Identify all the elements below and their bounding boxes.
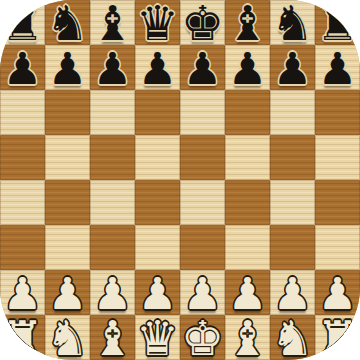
piece-white-king[interactable]: ♚ [181,316,224,360]
piece-white-rook[interactable]: ♜ [316,316,359,360]
square-c8[interactable]: ♝ [90,0,135,45]
square-c3[interactable] [90,225,135,270]
square-h8[interactable]: ♜ [315,0,360,45]
square-f7[interactable]: ♟ [225,45,270,90]
square-g5[interactable] [270,135,315,180]
square-f2[interactable]: ♟ [225,270,270,315]
piece-black-pawn[interactable]: ♟ [318,46,357,91]
square-f3[interactable] [225,225,270,270]
square-a2[interactable]: ♟ [0,270,45,315]
square-d6[interactable] [135,90,180,135]
square-h6[interactable] [315,90,360,135]
square-e5[interactable] [180,135,225,180]
square-e2[interactable]: ♟ [180,270,225,315]
square-a6[interactable] [0,90,45,135]
square-b8[interactable]: ♞ [45,0,90,45]
piece-black-pawn[interactable]: ♟ [93,46,132,91]
piece-black-pawn[interactable]: ♟ [3,46,42,91]
piece-black-pawn[interactable]: ♟ [273,46,312,91]
square-g4[interactable] [270,180,315,225]
square-b1[interactable]: ♞ [45,315,90,360]
square-d3[interactable] [135,225,180,270]
square-f5[interactable] [225,135,270,180]
piece-white-knight[interactable]: ♞ [46,316,89,360]
square-e3[interactable] [180,225,225,270]
chess-board: ♜♞♝♛♚♝♞♜♟♟♟♟♟♟♟♟♟♟♟♟♟♟♟♟♜♞♝♛♚♝♞♜ [0,0,360,360]
piece-white-queen[interactable]: ♛ [136,316,179,360]
square-h7[interactable]: ♟ [315,45,360,90]
square-f8[interactable]: ♝ [225,0,270,45]
piece-white-bishop[interactable]: ♝ [91,316,134,360]
square-c4[interactable] [90,180,135,225]
piece-black-bishop[interactable]: ♝ [226,1,269,46]
square-d8[interactable]: ♛ [135,0,180,45]
square-c7[interactable]: ♟ [90,45,135,90]
square-b2[interactable]: ♟ [45,270,90,315]
piece-black-pawn[interactable]: ♟ [48,46,87,91]
square-f6[interactable] [225,90,270,135]
square-h2[interactable]: ♟ [315,270,360,315]
square-e6[interactable] [180,90,225,135]
square-c5[interactable] [90,135,135,180]
piece-black-pawn[interactable]: ♟ [183,46,222,91]
square-a3[interactable] [0,225,45,270]
square-a7[interactable]: ♟ [0,45,45,90]
piece-black-rook[interactable]: ♜ [1,1,44,46]
piece-black-rook[interactable]: ♜ [316,1,359,46]
piece-black-knight[interactable]: ♞ [271,1,314,46]
square-f1[interactable]: ♝ [225,315,270,360]
square-e7[interactable]: ♟ [180,45,225,90]
square-c1[interactable]: ♝ [90,315,135,360]
square-d5[interactable] [135,135,180,180]
piece-black-pawn[interactable]: ♟ [138,46,177,91]
square-e4[interactable] [180,180,225,225]
square-d7[interactable]: ♟ [135,45,180,90]
square-a5[interactable] [0,135,45,180]
square-a1[interactable]: ♜ [0,315,45,360]
square-b4[interactable] [45,180,90,225]
square-a4[interactable] [0,180,45,225]
piece-black-queen[interactable]: ♛ [136,1,179,46]
square-g3[interactable] [270,225,315,270]
square-h5[interactable] [315,135,360,180]
piece-white-rook[interactable]: ♜ [1,316,44,360]
square-e8[interactable]: ♚ [180,0,225,45]
square-g7[interactable]: ♟ [270,45,315,90]
square-d4[interactable] [135,180,180,225]
piece-black-knight[interactable]: ♞ [46,1,89,46]
square-c6[interactable] [90,90,135,135]
square-h4[interactable] [315,180,360,225]
square-a8[interactable]: ♜ [0,0,45,45]
square-g2[interactable]: ♟ [270,270,315,315]
square-h1[interactable]: ♜ [315,315,360,360]
square-b6[interactable] [45,90,90,135]
piece-black-king[interactable]: ♚ [181,1,224,46]
square-g8[interactable]: ♞ [270,0,315,45]
piece-white-knight[interactable]: ♞ [271,316,314,360]
square-g1[interactable]: ♞ [270,315,315,360]
square-f4[interactable] [225,180,270,225]
square-d1[interactable]: ♛ [135,315,180,360]
square-g6[interactable] [270,90,315,135]
square-b3[interactable] [45,225,90,270]
piece-black-bishop[interactable]: ♝ [91,1,134,46]
piece-black-pawn[interactable]: ♟ [228,46,267,91]
square-c2[interactable]: ♟ [90,270,135,315]
piece-white-bishop[interactable]: ♝ [226,316,269,360]
square-b7[interactable]: ♟ [45,45,90,90]
square-e1[interactable]: ♚ [180,315,225,360]
chess-app-icon[interactable]: ♜♞♝♛♚♝♞♜♟♟♟♟♟♟♟♟♟♟♟♟♟♟♟♟♜♞♝♛♚♝♞♜ [0,0,360,360]
square-b5[interactable] [45,135,90,180]
square-d2[interactable]: ♟ [135,270,180,315]
square-h3[interactable] [315,225,360,270]
